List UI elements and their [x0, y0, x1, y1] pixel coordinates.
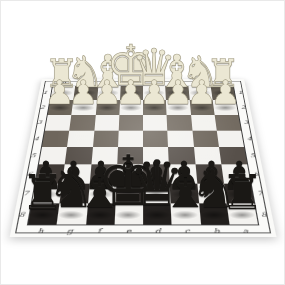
square-c5: [168, 147, 195, 165]
square-d2: [143, 100, 167, 115]
square-d4: [143, 130, 168, 147]
file-label: a: [210, 79, 233, 84]
file-labels-bottom: hgfedcba: [24, 227, 260, 236]
square-b6: [195, 164, 224, 183]
square-d5: [143, 147, 169, 165]
square-h2: [47, 100, 73, 115]
square-d3: [143, 114, 168, 130]
file-label: g: [54, 227, 84, 236]
square-g4: [67, 130, 94, 147]
square-f8: [85, 203, 115, 224]
square-c2: [166, 100, 190, 115]
square-e1: [119, 86, 142, 100]
file-label: f: [83, 227, 113, 236]
square-c3: [166, 114, 191, 130]
rank-label: 1: [235, 85, 246, 99]
square-c4: [167, 130, 193, 147]
square-c8: [170, 203, 200, 224]
square-a5: [218, 147, 246, 165]
square-h6: [35, 164, 64, 183]
rank-label: 2: [36, 99, 47, 114]
file-label: b: [201, 227, 231, 236]
square-f5: [90, 147, 117, 165]
square-b2: [189, 100, 214, 115]
file-label: e: [120, 79, 143, 84]
rank-label: 5: [246, 147, 259, 165]
square-a3: [214, 114, 241, 130]
square-h4: [42, 130, 69, 147]
square-b3: [190, 114, 216, 130]
square-e5: [116, 147, 142, 165]
square-a8: [226, 203, 258, 224]
file-labels-top: hgfedcba: [52, 79, 234, 84]
square-a4: [216, 130, 243, 147]
rank-label: 1: [39, 85, 50, 99]
perspective-scene: hgfedcba hgfedcba 12345678 12345678: [1, 1, 284, 284]
square-e2: [119, 100, 143, 115]
file-label: a: [230, 227, 261, 236]
file-label: c: [165, 79, 188, 84]
square-e6: [116, 164, 143, 183]
rank-label: 3: [240, 114, 252, 130]
file-label: f: [97, 79, 120, 84]
square-b1: [188, 86, 212, 100]
square-h1: [50, 86, 75, 100]
file-label: e: [113, 227, 143, 236]
square-c1: [165, 86, 189, 100]
square-g2: [71, 100, 96, 115]
square-c7: [169, 183, 198, 203]
rank-label: 2: [237, 99, 248, 114]
file-label: d: [143, 227, 173, 236]
square-e7: [115, 183, 143, 203]
square-f1: [96, 86, 120, 100]
square-g1: [73, 86, 97, 100]
square-a2: [212, 100, 238, 115]
vinyl-chess-mat: hgfedcba hgfedcba 12345678 12345678: [9, 78, 276, 236]
square-h8: [28, 203, 60, 224]
square-e8: [114, 203, 143, 224]
rank-label: 4: [30, 130, 42, 147]
rank-label: 5: [26, 147, 39, 165]
square-g6: [62, 164, 91, 183]
square-h5: [38, 147, 66, 165]
square-g5: [64, 147, 92, 165]
file-label: d: [143, 79, 166, 84]
chess-set-photo: hgfedcba hgfedcba 12345678 12345678 ♜♞♝♚…: [0, 0, 285, 285]
square-c6: [169, 164, 197, 183]
square-e4: [117, 130, 142, 147]
square-b4: [192, 130, 219, 147]
square-f4: [92, 130, 118, 147]
square-f3: [93, 114, 118, 130]
square-g7: [59, 183, 89, 203]
chess-board: [26, 85, 258, 225]
rank-label: 7: [19, 183, 33, 203]
file-label: g: [74, 79, 97, 84]
square-b7: [196, 183, 226, 203]
square-g8: [56, 203, 87, 224]
file-label: b: [187, 79, 210, 84]
square-d7: [143, 183, 171, 203]
square-g3: [69, 114, 95, 130]
square-b5: [193, 147, 221, 165]
square-h7: [31, 183, 61, 203]
square-f6: [89, 164, 117, 183]
square-b8: [198, 203, 229, 224]
square-d1: [143, 86, 166, 100]
square-f2: [95, 100, 119, 115]
file-label: c: [172, 227, 202, 236]
square-a6: [221, 164, 250, 183]
file-label: h: [52, 79, 75, 84]
file-label: h: [24, 227, 55, 236]
rank-label: 4: [243, 130, 255, 147]
rank-label: 6: [23, 164, 36, 183]
rank-label: 3: [33, 114, 45, 130]
square-e3: [118, 114, 143, 130]
square-h3: [44, 114, 71, 130]
square-a1: [210, 86, 235, 100]
square-a7: [223, 183, 253, 203]
square-f7: [87, 183, 116, 203]
square-d8: [143, 203, 172, 224]
square-d6: [143, 164, 170, 183]
